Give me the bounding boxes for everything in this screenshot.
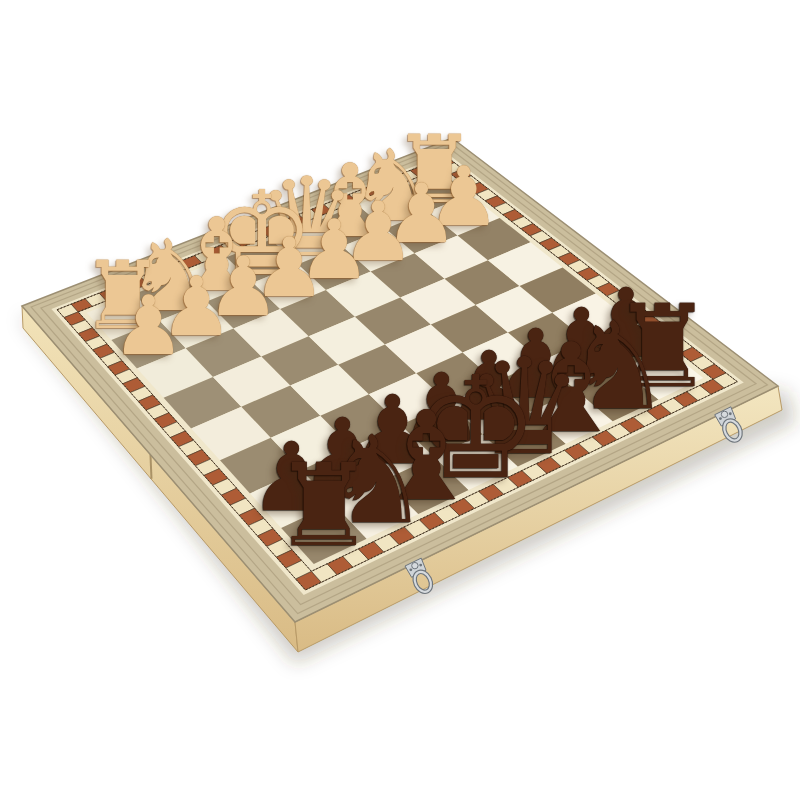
- clasp-right-icon-screw: [719, 417, 722, 420]
- clasp-right-icon-pivot: [721, 411, 727, 417]
- chess-board: [0, 0, 800, 800]
- hinge-seam: [150, 455, 151, 479]
- clasp-front-icon-pivot: [412, 562, 418, 568]
- clasp-front-icon-screw: [409, 568, 412, 571]
- clasp-front-icon-screw: [419, 564, 422, 567]
- product-photo-stage: ♜♞♝♚♛♝♞♜♟♟♟♟♟♟♟♟♟♟♟♟♟♟♟♟♜♞♝♚♛♝♞♜: [0, 0, 800, 800]
- clasp-right-icon-screw: [729, 412, 732, 415]
